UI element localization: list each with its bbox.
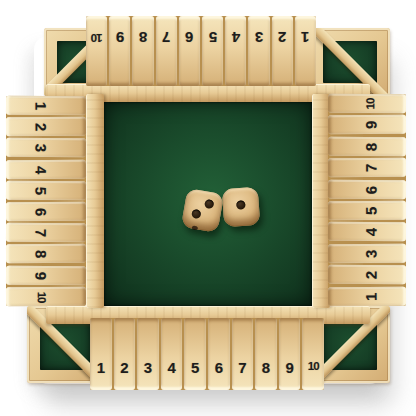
tile-number: 2 (363, 271, 378, 279)
tile-right-7[interactable]: 7 (328, 158, 406, 178)
tile-top-10[interactable]: 10 (86, 16, 107, 86)
tile-number: 2 (120, 359, 128, 374)
tile-bottom-4[interactable]: 4 (161, 318, 183, 390)
tile-bottom-3[interactable]: 3 (137, 318, 159, 390)
tile-number: 6 (34, 207, 49, 215)
tile-number: 5 (191, 359, 199, 374)
die-pip (191, 209, 201, 219)
die-left[interactable] (181, 188, 224, 233)
tile-number: 10 (91, 31, 102, 43)
tile-left-8[interactable]: 8 (6, 244, 86, 264)
tile-number: 5 (208, 30, 216, 45)
tile-bottom-2[interactable]: 2 (114, 318, 136, 390)
die-pip (204, 199, 214, 209)
tile-number: 6 (185, 30, 193, 45)
tile-row-bottom: 12345678910 (90, 318, 324, 390)
tile-bottom-1[interactable]: 1 (90, 318, 112, 390)
tile-number: 10 (308, 361, 319, 373)
tile-right-5[interactable]: 5 (328, 201, 406, 221)
tile-bottom-10[interactable]: 10 (302, 318, 324, 390)
tile-right-3[interactable]: 3 (328, 244, 406, 264)
tile-number: 9 (34, 271, 49, 279)
tile-left-5[interactable]: 5 (6, 180, 86, 200)
tile-left-2[interactable]: 2 (6, 117, 86, 137)
tile-bottom-8[interactable]: 8 (255, 318, 277, 390)
tile-bottom-7[interactable]: 7 (232, 318, 254, 390)
tile-number: 8 (139, 30, 147, 45)
tile-number: 3 (363, 249, 378, 257)
tile-number: 1 (301, 30, 309, 45)
tile-top-3[interactable]: 3 (248, 16, 269, 86)
tile-number: 5 (34, 186, 49, 194)
tile-number: 4 (363, 228, 378, 236)
tile-left-10[interactable]: 10 (6, 287, 86, 307)
tile-number: 7 (34, 229, 49, 237)
tile-number: 10 (365, 98, 377, 109)
tile-number: 7 (363, 164, 378, 172)
tile-bottom-9[interactable]: 9 (279, 318, 301, 390)
tile-row-left: 12345678910 (6, 96, 86, 306)
tile-left-6[interactable]: 6 (6, 202, 86, 222)
tile-number: 9 (116, 30, 124, 45)
tile-number: 9 (363, 121, 378, 129)
tile-bottom-6[interactable]: 6 (208, 318, 230, 390)
tile-number: 3 (34, 144, 49, 152)
tile-right-1[interactable]: 1 (328, 286, 406, 306)
tile-right-10[interactable]: 10 (328, 94, 406, 114)
tile-number: 9 (285, 359, 293, 374)
tile-number: 8 (363, 142, 378, 150)
die-pip (236, 200, 246, 210)
tile-top-8[interactable]: 8 (132, 16, 153, 86)
tile-number: 2 (34, 123, 49, 131)
tile-right-9[interactable]: 9 (328, 115, 406, 135)
tile-number: 2 (278, 30, 286, 45)
shut-the-box-board: 10987654321 12345678910 12345678910 1098… (0, 0, 416, 416)
tile-number: 8 (34, 250, 49, 258)
tile-left-4[interactable]: 4 (6, 159, 86, 179)
tile-row-top: 10987654321 (86, 16, 316, 86)
tile-number: 3 (144, 359, 152, 374)
tile-top-7[interactable]: 7 (156, 16, 177, 86)
tile-left-1[interactable]: 1 (6, 96, 86, 116)
tile-number: 4 (232, 30, 240, 45)
tile-number: 7 (238, 359, 246, 374)
tile-bottom-5[interactable]: 5 (184, 318, 206, 390)
tile-right-6[interactable]: 6 (328, 179, 406, 199)
tile-number: 4 (34, 165, 49, 173)
tile-row-right: 10987654321 (328, 94, 406, 306)
tile-number: 6 (215, 359, 223, 374)
tile-number: 7 (162, 30, 170, 45)
tile-number: 6 (363, 185, 378, 193)
tile-number: 10 (35, 291, 47, 302)
tile-top-1[interactable]: 1 (295, 16, 316, 86)
die-right[interactable] (222, 187, 261, 227)
tile-left-7[interactable]: 7 (6, 223, 86, 243)
tile-top-6[interactable]: 6 (179, 16, 200, 86)
tile-top-9[interactable]: 9 (109, 16, 130, 86)
tile-left-9[interactable]: 9 (6, 265, 86, 285)
tile-left-3[interactable]: 3 (6, 138, 86, 158)
tile-number: 1 (97, 359, 105, 374)
tile-top-2[interactable]: 2 (272, 16, 293, 86)
hinge-rail-left (86, 94, 104, 308)
tile-right-4[interactable]: 4 (328, 222, 406, 242)
tile-number: 5 (363, 206, 378, 214)
tile-right-8[interactable]: 8 (328, 136, 406, 156)
tile-top-4[interactable]: 4 (225, 16, 246, 86)
tile-right-2[interactable]: 2 (328, 265, 406, 285)
tile-number: 4 (167, 359, 175, 374)
tile-number: 8 (262, 359, 270, 374)
tile-number: 1 (363, 292, 378, 300)
tile-number: 3 (255, 30, 263, 45)
tile-top-5[interactable]: 5 (202, 16, 223, 86)
tile-number: 1 (34, 101, 49, 109)
